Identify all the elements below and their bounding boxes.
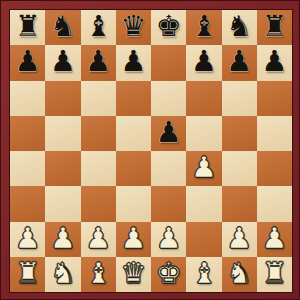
square-h7[interactable]: ♟ <box>257 45 292 80</box>
piece-black-pawn[interactable]: ♟ <box>15 47 41 76</box>
square-d4[interactable] <box>116 151 151 186</box>
piece-black-queen[interactable]: ♛ <box>120 12 146 41</box>
piece-black-pawn[interactable]: ♟ <box>226 47 252 76</box>
piece-white-king[interactable]: ♚ <box>156 259 182 288</box>
square-e6[interactable] <box>151 81 186 116</box>
square-b1[interactable]: ♞ <box>45 257 80 292</box>
piece-white-pawn[interactable]: ♟ <box>50 224 76 253</box>
square-h1[interactable]: ♜ <box>257 257 292 292</box>
square-b5[interactable] <box>45 116 80 151</box>
piece-black-king[interactable]: ♚ <box>156 12 182 41</box>
square-h4[interactable] <box>257 151 292 186</box>
piece-white-pawn[interactable]: ♟ <box>226 224 252 253</box>
piece-white-queen[interactable]: ♛ <box>120 259 146 288</box>
square-h3[interactable] <box>257 186 292 221</box>
piece-white-pawn[interactable]: ♟ <box>85 224 111 253</box>
square-e4[interactable] <box>151 151 186 186</box>
square-h6[interactable] <box>257 81 292 116</box>
piece-white-pawn[interactable]: ♟ <box>191 153 217 182</box>
square-f2[interactable] <box>186 222 221 257</box>
square-b8[interactable]: ♞ <box>45 10 80 45</box>
square-d3[interactable] <box>116 186 151 221</box>
square-g5[interactable] <box>222 116 257 151</box>
board-frame: ♜♞♝♛♚♝♞♜♟♟♟♟♟♟♟♟♟♟♟♟♟♟♟♟♜♞♝♛♚♝♞♜ <box>0 0 300 300</box>
square-e8[interactable]: ♚ <box>151 10 186 45</box>
square-f4[interactable]: ♟ <box>186 151 221 186</box>
square-h5[interactable] <box>257 116 292 151</box>
piece-white-rook[interactable]: ♜ <box>15 259 41 288</box>
square-g6[interactable] <box>222 81 257 116</box>
square-e2[interactable]: ♟ <box>151 222 186 257</box>
square-e5[interactable]: ♟ <box>151 116 186 151</box>
square-h2[interactable]: ♟ <box>257 222 292 257</box>
square-g2[interactable]: ♟ <box>222 222 257 257</box>
square-c7[interactable]: ♟ <box>81 45 116 80</box>
square-a4[interactable] <box>10 151 45 186</box>
square-g8[interactable]: ♞ <box>222 10 257 45</box>
square-a1[interactable]: ♜ <box>10 257 45 292</box>
piece-black-pawn[interactable]: ♟ <box>50 47 76 76</box>
piece-black-rook[interactable]: ♜ <box>261 12 287 41</box>
square-d6[interactable] <box>116 81 151 116</box>
piece-black-pawn[interactable]: ♟ <box>120 47 146 76</box>
square-d8[interactable]: ♛ <box>116 10 151 45</box>
square-e3[interactable] <box>151 186 186 221</box>
square-g3[interactable] <box>222 186 257 221</box>
piece-white-pawn[interactable]: ♟ <box>261 224 287 253</box>
square-f5[interactable] <box>186 116 221 151</box>
square-h8[interactable]: ♜ <box>257 10 292 45</box>
square-c2[interactable]: ♟ <box>81 222 116 257</box>
piece-black-pawn[interactable]: ♟ <box>191 47 217 76</box>
piece-black-bishop[interactable]: ♝ <box>191 12 217 41</box>
square-d1[interactable]: ♛ <box>116 257 151 292</box>
piece-white-bishop[interactable]: ♝ <box>191 259 217 288</box>
square-c4[interactable] <box>81 151 116 186</box>
piece-white-knight[interactable]: ♞ <box>50 259 76 288</box>
square-c3[interactable] <box>81 186 116 221</box>
square-c1[interactable]: ♝ <box>81 257 116 292</box>
square-b4[interactable] <box>45 151 80 186</box>
piece-white-rook[interactable]: ♜ <box>261 259 287 288</box>
piece-black-knight[interactable]: ♞ <box>50 12 76 41</box>
square-b7[interactable]: ♟ <box>45 45 80 80</box>
square-b3[interactable] <box>45 186 80 221</box>
square-c5[interactable] <box>81 116 116 151</box>
piece-black-knight[interactable]: ♞ <box>226 12 252 41</box>
piece-black-bishop[interactable]: ♝ <box>85 12 111 41</box>
square-c8[interactable]: ♝ <box>81 10 116 45</box>
piece-white-pawn[interactable]: ♟ <box>120 224 146 253</box>
piece-black-rook[interactable]: ♜ <box>15 12 41 41</box>
square-a7[interactable]: ♟ <box>10 45 45 80</box>
square-g4[interactable] <box>222 151 257 186</box>
square-g1[interactable]: ♞ <box>222 257 257 292</box>
square-g7[interactable]: ♟ <box>222 45 257 80</box>
square-a2[interactable]: ♟ <box>10 222 45 257</box>
square-f1[interactable]: ♝ <box>186 257 221 292</box>
square-b2[interactable]: ♟ <box>45 222 80 257</box>
square-a3[interactable] <box>10 186 45 221</box>
piece-white-knight[interactable]: ♞ <box>226 259 252 288</box>
square-a5[interactable] <box>10 116 45 151</box>
square-f8[interactable]: ♝ <box>186 10 221 45</box>
square-f3[interactable] <box>186 186 221 221</box>
square-a8[interactable]: ♜ <box>10 10 45 45</box>
square-f6[interactable] <box>186 81 221 116</box>
square-e1[interactable]: ♚ <box>151 257 186 292</box>
square-a6[interactable] <box>10 81 45 116</box>
chess-board: ♜♞♝♛♚♝♞♜♟♟♟♟♟♟♟♟♟♟♟♟♟♟♟♟♜♞♝♛♚♝♞♜ <box>9 9 293 293</box>
square-f7[interactable]: ♟ <box>186 45 221 80</box>
square-e7[interactable] <box>151 45 186 80</box>
piece-black-pawn[interactable]: ♟ <box>261 47 287 76</box>
square-d7[interactable]: ♟ <box>116 45 151 80</box>
piece-white-pawn[interactable]: ♟ <box>15 224 41 253</box>
piece-black-pawn[interactable]: ♟ <box>85 47 111 76</box>
square-d5[interactable] <box>116 116 151 151</box>
square-d2[interactable]: ♟ <box>116 222 151 257</box>
square-c6[interactable] <box>81 81 116 116</box>
piece-white-bishop[interactable]: ♝ <box>85 259 111 288</box>
piece-white-pawn[interactable]: ♟ <box>156 224 182 253</box>
piece-black-pawn[interactable]: ♟ <box>156 118 182 147</box>
square-b6[interactable] <box>45 81 80 116</box>
